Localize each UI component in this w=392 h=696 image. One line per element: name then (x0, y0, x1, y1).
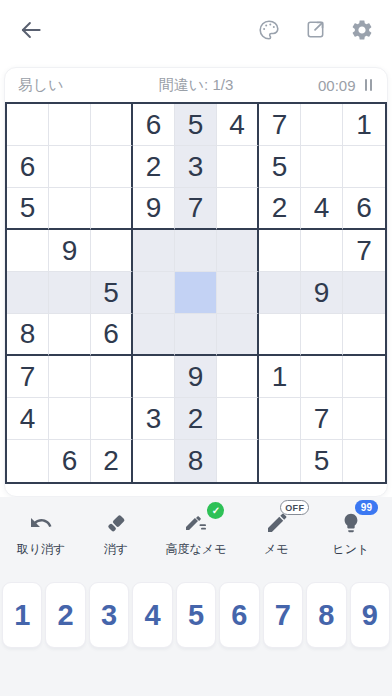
cell-r6c8[interactable] (301, 314, 343, 356)
cell-r1c4[interactable]: 6 (133, 104, 175, 146)
erase-button[interactable]: 消す (91, 509, 141, 558)
back-button[interactable] (18, 17, 44, 46)
cell-r6c1[interactable]: 8 (7, 314, 49, 356)
advanced-notes-button[interactable]: ✓ 高度なメモ (166, 509, 227, 558)
cell-r9c4[interactable] (133, 440, 175, 482)
cell-r7c8[interactable] (301, 356, 343, 398)
cell-r5c4[interactable] (133, 272, 175, 314)
cell-r9c1[interactable] (7, 440, 49, 482)
timer: 00:09 (318, 77, 356, 94)
hint-button[interactable]: 99 ヒント (326, 509, 376, 558)
pause-button[interactable] (363, 77, 375, 93)
cell-r3c2[interactable] (49, 188, 91, 230)
cell-r1c5[interactable]: 5 (175, 104, 217, 146)
cell-r1c1[interactable] (7, 104, 49, 146)
cell-r8c5[interactable]: 2 (175, 398, 217, 440)
cell-r4c5[interactable] (175, 230, 217, 272)
cell-r2c7[interactable]: 5 (259, 146, 301, 188)
cell-r1c6[interactable]: 4 (217, 104, 259, 146)
board-card: 易しい 間違い: 1/3 00:09 654716235597246975986… (4, 67, 388, 497)
cell-r3c5[interactable]: 7 (175, 188, 217, 230)
cell-r7c6[interactable] (217, 356, 259, 398)
cell-r7c2[interactable] (49, 356, 91, 398)
cell-r2c2[interactable] (49, 146, 91, 188)
cell-r7c7[interactable]: 1 (259, 356, 301, 398)
cell-r4c4[interactable] (133, 230, 175, 272)
cell-r6c6[interactable] (217, 314, 259, 356)
cell-r1c9[interactable]: 1 (343, 104, 385, 146)
cell-r3c6[interactable] (217, 188, 259, 230)
cell-r4c6[interactable] (217, 230, 259, 272)
cell-r2c4[interactable]: 2 (133, 146, 175, 188)
numpad-key-9[interactable]: 9 (350, 582, 390, 648)
cell-r6c4[interactable] (133, 314, 175, 356)
erase-label: 消す (104, 541, 128, 558)
cell-r7c4[interactable] (133, 356, 175, 398)
cell-r5c7[interactable] (259, 272, 301, 314)
settings-button[interactable] (350, 18, 374, 45)
cell-r9c8[interactable]: 5 (301, 440, 343, 482)
numpad-key-2[interactable]: 2 (45, 582, 85, 648)
external-link-icon (304, 18, 327, 44)
cell-r5c2[interactable] (49, 272, 91, 314)
cell-r7c5[interactable]: 9 (175, 356, 217, 398)
bottom-panel: 取り消す 消す ✓ (0, 497, 392, 696)
undo-button[interactable]: 取り消す (16, 509, 66, 558)
cell-r6c7[interactable] (259, 314, 301, 356)
pencil-notes-icon (183, 509, 209, 536)
numpad-key-4[interactable]: 4 (132, 582, 172, 648)
cell-r7c3[interactable] (91, 356, 133, 398)
cell-r6c3[interactable]: 6 (91, 314, 133, 356)
cell-r8c1[interactable]: 4 (7, 398, 49, 440)
cell-r2c8[interactable] (301, 146, 343, 188)
memo-off-badge: OFF (280, 500, 309, 515)
undo-icon (29, 509, 53, 536)
cell-r2c1[interactable]: 6 (7, 146, 49, 188)
cell-r3c8[interactable]: 4 (301, 188, 343, 230)
cell-r1c3[interactable] (91, 104, 133, 146)
cell-r9c2[interactable]: 6 (49, 440, 91, 482)
cell-r3c9[interactable]: 6 (343, 188, 385, 230)
cell-r9c7[interactable] (259, 440, 301, 482)
cell-r8c6[interactable] (217, 398, 259, 440)
cell-r3c4[interactable]: 9 (133, 188, 175, 230)
cell-r7c9[interactable] (343, 356, 385, 398)
cell-r8c8[interactable]: 7 (301, 398, 343, 440)
difficulty-label: 易しい (18, 76, 137, 95)
cell-r5c6[interactable] (217, 272, 259, 314)
palette-icon (257, 18, 281, 45)
cell-r4c2[interactable]: 9 (49, 230, 91, 272)
numpad-key-5[interactable]: 5 (176, 582, 216, 648)
numpad-key-8[interactable]: 8 (306, 582, 346, 648)
numpad: 123456789 (0, 582, 392, 648)
cell-r1c7[interactable]: 7 (259, 104, 301, 146)
numpad-key-7[interactable]: 7 (263, 582, 303, 648)
cell-r1c8[interactable] (301, 104, 343, 146)
pause-icon (365, 79, 368, 91)
cell-r9c6[interactable] (217, 440, 259, 482)
memo-button[interactable]: OFF メモ (251, 509, 301, 558)
cell-r5c5[interactable] (175, 272, 217, 314)
cell-r8c7[interactable] (259, 398, 301, 440)
cell-r2c9[interactable] (343, 146, 385, 188)
cell-r4c3[interactable] (91, 230, 133, 272)
cell-r4c7[interactable] (259, 230, 301, 272)
cell-r1c2[interactable] (49, 104, 91, 146)
cell-r4c1[interactable] (7, 230, 49, 272)
advanced-notes-on-badge: ✓ (207, 502, 224, 519)
cell-r8c4[interactable]: 3 (133, 398, 175, 440)
cell-r2c5[interactable]: 3 (175, 146, 217, 188)
eraser-icon (104, 509, 128, 536)
mistakes-counter: 間違い: 1/3 (137, 76, 256, 95)
cell-r3c1[interactable]: 5 (7, 188, 49, 230)
hint-label: ヒント (333, 541, 370, 558)
cell-r9c5[interactable]: 8 (175, 440, 217, 482)
cell-r5c1[interactable] (7, 272, 49, 314)
memo-label: メモ (264, 541, 289, 558)
cell-r6c5[interactable] (175, 314, 217, 356)
undo-label: 取り消す (17, 541, 66, 558)
cell-r9c3[interactable]: 2 (91, 440, 133, 482)
cell-r8c3[interactable] (91, 398, 133, 440)
check-icon: ✓ (212, 505, 220, 516)
gear-icon (350, 18, 374, 45)
cell-r8c2[interactable] (49, 398, 91, 440)
cell-r6c2[interactable] (49, 314, 91, 356)
cell-r4c8[interactable] (301, 230, 343, 272)
numpad-key-6[interactable]: 6 (219, 582, 259, 648)
numpad-key-1[interactable]: 1 (2, 582, 42, 648)
advanced-notes-label: 高度なメモ (166, 541, 227, 558)
status-row: 易しい 間違い: 1/3 00:09 (5, 68, 387, 102)
theme-button[interactable] (257, 18, 281, 45)
cell-r8c9[interactable] (343, 398, 385, 440)
cell-r2c6[interactable] (217, 146, 259, 188)
sudoku-grid: 65471623559724697598679143276285 (5, 102, 387, 484)
cell-r9c9[interactable] (343, 440, 385, 482)
toolbar: 取り消す 消す ✓ (0, 497, 392, 558)
cell-r5c8[interactable]: 9 (301, 272, 343, 314)
cell-r7c1[interactable]: 7 (7, 356, 49, 398)
cell-r3c3[interactable] (91, 188, 133, 230)
cell-r3c7[interactable]: 2 (259, 188, 301, 230)
cell-r6c9[interactable] (343, 314, 385, 356)
share-button[interactable] (304, 18, 327, 44)
top-bar (0, 0, 392, 62)
cell-r4c9[interactable]: 7 (343, 230, 385, 272)
numpad-key-3[interactable]: 3 (89, 582, 129, 648)
cell-r5c9[interactable] (343, 272, 385, 314)
hint-count-badge: 99 (355, 500, 378, 515)
cell-r2c3[interactable] (91, 146, 133, 188)
cell-r5c3[interactable]: 5 (91, 272, 133, 314)
arrow-left-icon (18, 17, 44, 46)
